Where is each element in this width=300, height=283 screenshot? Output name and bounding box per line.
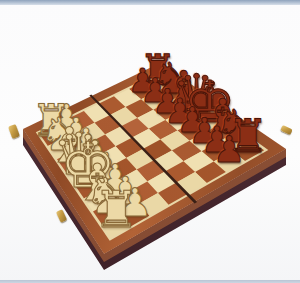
piece-black-pawn-h7: ♟	[213, 132, 246, 168]
chess-board: ♜♟♞♟♝♟♛♟♚♟♟♝♜♟♞♟♞♜♟♟♟♝♟♛♟♚♟♝♟♞♟♜	[0, 0, 300, 283]
piece-white-rook-h1: ♜	[93, 184, 138, 234]
chess-set-product-photo[interactable]: ♜♟♞♟♝♟♛♟♚♟♟♝♜♟♞♟♞♜♟♟♟♝♟♛♟♚♟♝♟♞♟♜	[0, 0, 300, 283]
